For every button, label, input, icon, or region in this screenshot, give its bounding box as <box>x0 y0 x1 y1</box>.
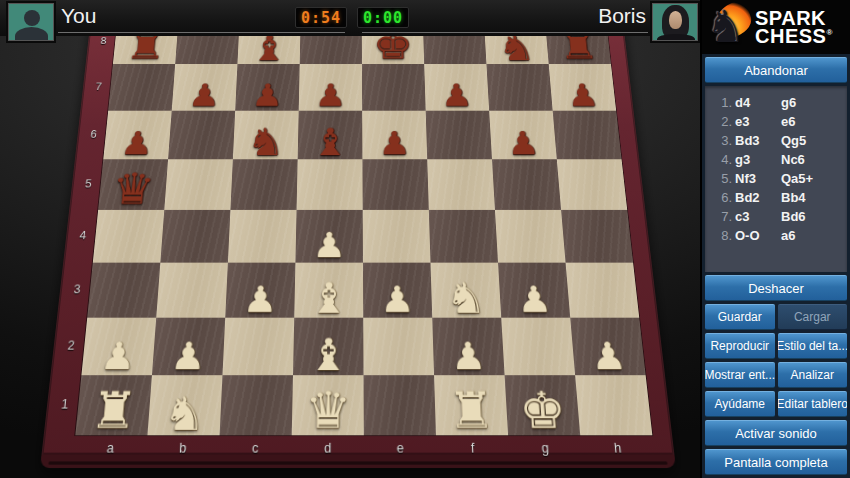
square-b5[interactable] <box>164 159 233 210</box>
piece-black-pawn-h7[interactable]: ♟ <box>549 64 616 111</box>
portrait-body <box>657 34 695 41</box>
square-f5[interactable] <box>427 159 495 210</box>
piece-white-pawn-e3[interactable]: ♟ <box>363 263 432 318</box>
piece-white-bishop-d3[interactable]: ♝ <box>294 263 363 318</box>
piece-white-pawn-b2[interactable]: ♟ <box>152 318 225 375</box>
move-row: 6.Bd2Bb4 <box>713 188 839 207</box>
black-move: g6 <box>781 93 796 112</box>
player-underline <box>58 32 345 33</box>
piece-black-pawn-b7[interactable]: ♟ <box>172 64 238 111</box>
square-h1[interactable] <box>575 375 652 435</box>
square-a7[interactable] <box>108 64 175 111</box>
piece-white-pawn-g3[interactable]: ♟ <box>498 263 570 318</box>
white-move: Bd3 <box>735 131 781 150</box>
save-button[interactable]: Guardar <box>705 304 775 330</box>
square-h6[interactable] <box>553 111 622 160</box>
square-e1[interactable] <box>364 375 436 435</box>
file-label-d: d <box>291 440 364 456</box>
black-move: a6 <box>781 226 795 245</box>
square-e4[interactable] <box>363 210 431 263</box>
white-pawn-glyph: ♟ <box>380 284 415 317</box>
rank-label-1: 1 <box>55 396 74 412</box>
move-number: 5. <box>713 169 732 188</box>
square-e2[interactable] <box>363 318 434 375</box>
white-pawn-glyph: ♟ <box>99 340 137 375</box>
rank-label-3: 3 <box>68 282 86 296</box>
piece-black-pawn-d7[interactable]: ♟ <box>299 64 362 111</box>
person-silhouette-icon <box>24 10 40 26</box>
rank-label-6: 6 <box>85 128 102 141</box>
piece-white-queen-d1[interactable]: ♛ <box>292 375 364 435</box>
square-g4[interactable] <box>495 210 566 263</box>
play-area: You 0:54 0:00 Boris 87654321abcdefgh ♜♝♚… <box>0 0 700 478</box>
square-c4[interactable] <box>228 210 297 263</box>
white-move: O-O <box>735 226 781 245</box>
button-row: Ayúdame Editar tablero <box>705 391 847 417</box>
square-e7[interactable] <box>362 64 426 111</box>
black-move: Qa5+ <box>781 169 813 188</box>
file-label-e: e <box>364 440 437 456</box>
black-pawn-glyph: ♟ <box>251 82 284 110</box>
white-pawn-glyph: ♟ <box>169 340 206 375</box>
piece-white-bishop-d2[interactable]: ♝ <box>293 318 364 375</box>
file-label-a: a <box>73 440 147 456</box>
square-e5[interactable] <box>362 159 428 210</box>
rank-label-4: 4 <box>74 228 92 242</box>
white-rook-glyph: ♜ <box>88 388 139 435</box>
black-move: e6 <box>781 112 795 131</box>
square-a3[interactable] <box>87 263 160 318</box>
white-player-name: You <box>61 4 96 28</box>
button-row: Guardar Cargar <box>705 304 847 330</box>
white-knight-glyph: ♞ <box>162 392 207 434</box>
square-b6[interactable] <box>168 111 235 160</box>
black-knight-glyph: ♞ <box>246 125 285 159</box>
sidebar-panel: Abandonar 1.d4g62.e3e63.Bd3Qg54.g3Nc65.N… <box>702 54 850 478</box>
piece-white-pawn-h2[interactable]: ♟ <box>570 318 645 375</box>
piece-white-pawn-d4[interactable]: ♟ <box>295 210 363 263</box>
rank-label-7: 7 <box>90 80 107 92</box>
white-move: c3 <box>735 207 781 226</box>
move-row: 2.e3e6 <box>713 112 839 131</box>
square-g5[interactable] <box>492 159 561 210</box>
rank-label-2: 2 <box>62 338 81 353</box>
square-h5[interactable] <box>557 159 627 210</box>
square-h4[interactable] <box>561 210 633 263</box>
rank-label-8: 8 <box>95 35 111 47</box>
piece-black-knight-c6[interactable]: ♞ <box>233 111 299 160</box>
registered-mark: ® <box>826 28 832 37</box>
move-number: 8. <box>713 226 732 245</box>
file-label-h: h <box>581 440 655 456</box>
white-pawn-glyph: ♟ <box>450 340 487 375</box>
piece-black-pawn-f7[interactable]: ♟ <box>424 64 489 111</box>
black-move: Qg5 <box>781 131 806 150</box>
file-label-b: b <box>146 440 219 456</box>
help-me-button[interactable]: Ayúdame <box>705 391 775 417</box>
piece-white-rook-a1[interactable]: ♜ <box>75 375 152 435</box>
sidebar: ♞ SPARK CHESS® Abandonar 1.d4g62.e3e63.B… <box>700 0 850 478</box>
square-g2[interactable] <box>501 318 575 375</box>
black-bishop-glyph: ♝ <box>250 32 288 64</box>
white-queen-glyph: ♛ <box>304 388 351 435</box>
piece-black-pawn-a6[interactable]: ♟ <box>103 111 171 160</box>
portrait-face <box>669 11 682 29</box>
piece-white-pawn-f2[interactable]: ♟ <box>432 318 504 375</box>
abandon-button[interactable]: Abandonar <box>705 57 847 83</box>
white-move: d4 <box>735 93 781 112</box>
piece-white-rook-f1[interactable]: ♜ <box>434 375 508 435</box>
button-row: Reproducir Estilo del ta... <box>705 333 847 359</box>
black-move: Nc6 <box>781 150 805 169</box>
piece-black-pawn-c7[interactable]: ♟ <box>235 64 299 111</box>
edit-board-button[interactable]: Editar tablero <box>778 391 848 417</box>
fullscreen-button[interactable]: Pantalla completa <box>705 449 847 475</box>
white-move: Bd2 <box>735 188 781 207</box>
piece-black-pawn-e6[interactable]: ♟ <box>362 111 427 160</box>
piece-white-king-g1[interactable]: ♚ <box>505 375 581 435</box>
black-knight-glyph: ♞ <box>497 32 536 64</box>
white-king-glyph: ♚ <box>518 388 568 435</box>
white-move: e3 <box>735 112 781 131</box>
white-move: g3 <box>735 150 781 169</box>
sparkchess-logo: ♞ SPARK CHESS® <box>702 0 850 54</box>
knight-logo-icon: ♞ <box>706 5 745 49</box>
white-pawn-glyph: ♟ <box>589 340 628 375</box>
move-number: 6. <box>713 188 732 207</box>
piece-white-knight-b1[interactable]: ♞ <box>147 375 222 435</box>
move-row: 3.Bd3Qg5 <box>713 131 839 150</box>
black-pawn-glyph: ♟ <box>566 82 601 110</box>
board-scene: 87654321abcdefgh ♜♝♚♞♜♟♟♟♟♟♟♞♝♟♟♛♟♟♝♟♞♟♟… <box>0 36 700 478</box>
move-number: 1. <box>713 93 732 112</box>
black-clock: 0:00 <box>357 7 409 28</box>
sparkchess-app: You 0:54 0:00 Boris 87654321abcdefgh ♜♝♚… <box>0 0 850 478</box>
square-c1[interactable] <box>220 375 293 435</box>
piece-white-pawn-c3[interactable]: ♟ <box>225 263 295 318</box>
black-move: Bd6 <box>781 207 806 226</box>
logo-icon: ♞ <box>705 1 755 53</box>
square-b4[interactable] <box>160 210 230 263</box>
move-number: 4. <box>713 150 732 169</box>
white-pawn-glyph: ♟ <box>312 230 346 262</box>
black-pawn-glyph: ♟ <box>314 82 346 110</box>
piece-white-knight-f3[interactable]: ♞ <box>430 263 501 318</box>
white-move: Nf3 <box>735 169 781 188</box>
square-c5[interactable] <box>230 159 297 210</box>
black-pawn-glyph: ♟ <box>440 82 473 110</box>
square-d5[interactable] <box>297 159 363 210</box>
square-f4[interactable] <box>429 210 498 263</box>
black-pawn-glyph: ♟ <box>506 130 541 159</box>
piece-white-pawn-a2[interactable]: ♟ <box>81 318 156 375</box>
avatar-boris <box>652 3 698 41</box>
player-bar: You 0:54 0:00 Boris <box>0 0 700 36</box>
person-silhouette-icon <box>15 27 48 41</box>
white-pawn-glyph: ♟ <box>516 284 553 317</box>
square-b3[interactable] <box>156 263 228 318</box>
square-g7[interactable] <box>486 64 552 111</box>
black-move: Bb4 <box>781 188 806 207</box>
move-row: 7.c3Bd6 <box>713 207 839 226</box>
black-bishop-glyph: ♝ <box>311 125 349 159</box>
move-row: 8.O-Oa6 <box>713 226 839 245</box>
rank-label-5: 5 <box>79 177 97 190</box>
move-number: 2. <box>713 112 732 131</box>
white-knight-glyph: ♞ <box>445 278 487 317</box>
move-row: 1.d4g6 <box>713 93 839 112</box>
white-bishop-glyph: ♝ <box>308 278 349 317</box>
file-label-g: g <box>508 440 582 456</box>
white-pawn-glyph: ♟ <box>242 284 278 317</box>
square-a4[interactable] <box>93 210 164 263</box>
black-pawn-glyph: ♟ <box>119 130 154 159</box>
move-row: 5.Nf3Qa5+ <box>713 169 839 188</box>
undo-button[interactable]: Deshacer <box>705 275 847 301</box>
move-number: 3. <box>713 131 732 150</box>
piece-black-queen-a5[interactable]: ♛ <box>98 159 168 210</box>
replay-button[interactable]: Reproducir <box>705 333 775 359</box>
logo-text: SPARK CHESS® <box>755 9 833 46</box>
square-h3[interactable] <box>566 263 640 318</box>
white-rook-glyph: ♜ <box>447 388 496 435</box>
move-row: 4.g3Nc6 <box>713 150 839 169</box>
piece-black-bishop-d6[interactable]: ♝ <box>298 111 363 160</box>
black-queen-glyph: ♛ <box>110 170 156 209</box>
analyze-button[interactable]: Analizar <box>778 362 848 388</box>
avatar-you <box>8 3 54 41</box>
move-list: 1.d4g62.e3e63.Bd3Qg54.g3Nc65.Nf3Qa5+6.Bd… <box>705 86 847 272</box>
board-style-button[interactable]: Estilo del ta... <box>778 333 848 359</box>
button-row: Mostrar ent... Analizar <box>705 362 847 388</box>
load-button[interactable]: Cargar <box>778 304 848 330</box>
sound-button[interactable]: Activar sonido <box>705 420 847 446</box>
logo-line-chess: CHESS® <box>755 27 833 45</box>
show-hint-button[interactable]: Mostrar ent... <box>705 362 775 388</box>
white-clock: 0:54 <box>295 7 347 28</box>
piece-black-pawn-g6[interactable]: ♟ <box>489 111 557 160</box>
black-pawn-glyph: ♟ <box>187 82 221 110</box>
square-f6[interactable] <box>426 111 492 160</box>
black-pawn-glyph: ♟ <box>378 130 411 159</box>
white-bishop-glyph: ♝ <box>307 334 349 375</box>
move-number: 7. <box>713 207 732 226</box>
black-player-name: Boris <box>598 4 646 28</box>
square-c2[interactable] <box>222 318 294 375</box>
board-tilt-plane: 87654321abcdefgh ♜♝♚♞♜♟♟♟♟♟♟♞♝♟♟♛♟♟♝♟♞♟♟… <box>40 8 676 468</box>
file-label-c: c <box>219 440 292 456</box>
player-underline <box>362 32 648 33</box>
file-label-f: f <box>436 440 509 456</box>
